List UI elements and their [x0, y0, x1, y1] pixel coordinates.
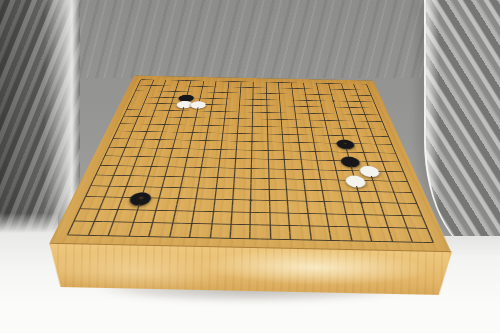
intersection-T6	[397, 176, 419, 187]
intersection-J3	[222, 206, 242, 219]
intersection-F3	[164, 204, 186, 217]
intersection-L3	[260, 206, 279, 219]
intersection-L6	[260, 174, 278, 185]
intersection-L9	[260, 146, 276, 155]
intersection-F8	[177, 153, 195, 162]
intersection-O3	[316, 208, 337, 221]
intersection-N9	[292, 147, 309, 156]
intersection-J2	[221, 218, 242, 232]
intersection-T3	[410, 209, 434, 222]
intersection-K4	[242, 194, 261, 206]
intersection-F2	[161, 217, 183, 231]
intersection-G4	[186, 193, 206, 205]
intersection-H10	[213, 137, 229, 146]
intersection-H6	[208, 173, 227, 184]
intersection-T1	[420, 235, 446, 250]
intersection-J9	[228, 145, 245, 154]
intersection-H4	[204, 194, 224, 206]
intersection-G7	[192, 163, 210, 173]
intersection-K6	[243, 173, 261, 184]
intersection-O6	[311, 175, 330, 186]
intersection-G5	[188, 182, 208, 193]
intersection-K9	[244, 146, 260, 155]
intersection-T8	[389, 157, 409, 167]
intersection-K2	[241, 218, 261, 232]
intersection-L7	[260, 164, 277, 174]
intersection-N10	[291, 139, 308, 148]
go-board: ●●●●●●●●	[0, 0, 500, 333]
intersection-L4	[260, 195, 279, 207]
intersection-G2	[181, 217, 203, 231]
intersection-M5	[278, 184, 297, 195]
intersection-H5	[206, 183, 225, 194]
intersection-O7	[310, 165, 329, 175]
intersection-G10	[197, 137, 214, 146]
intersection-F4	[167, 193, 188, 205]
intersection-M1	[280, 232, 301, 247]
intersection-J6	[225, 173, 243, 184]
intersection-J7	[226, 163, 243, 173]
intersection-H1	[199, 231, 221, 245]
intersection-N3	[298, 207, 319, 220]
intersection-G9	[196, 145, 213, 154]
intersection-K10	[244, 138, 260, 147]
intersection-G8	[194, 153, 212, 162]
intersection-M8	[276, 155, 293, 165]
intersection-L2	[260, 219, 280, 233]
intersection-L10	[260, 138, 276, 147]
intersection-K7	[243, 164, 260, 174]
intersection-G1	[178, 230, 201, 244]
intersection-J1	[219, 231, 240, 246]
intersection-N7	[293, 165, 311, 175]
intersection-N6	[294, 174, 313, 185]
intersection-N4	[297, 196, 317, 208]
intersection-M6	[277, 174, 295, 185]
intersection-J8	[227, 154, 244, 163]
intersection-J5	[224, 183, 243, 194]
intersection-M7	[277, 164, 295, 174]
intersection-L1	[261, 232, 282, 247]
intersection-O9	[307, 147, 324, 156]
intersection-M2	[280, 219, 301, 233]
intersection-L8	[260, 155, 277, 164]
intersection-K8	[244, 154, 261, 163]
intersection-F6	[173, 172, 193, 183]
intersection-O4	[315, 196, 335, 208]
intersection-M10	[275, 138, 291, 147]
intersection-H7	[209, 163, 227, 173]
intersection-N1	[300, 233, 322, 248]
intersection-M9	[276, 146, 293, 155]
intersection-H3	[203, 205, 223, 218]
intersection-N2	[299, 219, 320, 233]
intersection-T7	[393, 167, 414, 177]
intersection-J4	[223, 194, 242, 206]
intersection-T2	[415, 222, 440, 236]
intersection-T5	[401, 187, 423, 198]
intersection-N5	[295, 185, 314, 196]
intersection-O5	[313, 185, 333, 196]
intersection-M3	[279, 207, 299, 220]
intersection-F9	[180, 144, 198, 153]
intersection-T4	[405, 198, 428, 210]
intersection-K1	[240, 231, 261, 246]
board-top-face: ●●●●●●●●	[49, 75, 452, 252]
photo-scene: ●●●●●●●●	[0, 0, 500, 333]
intersection-F10	[182, 136, 199, 145]
intersection-M4	[278, 195, 297, 207]
intersection-G6	[190, 172, 209, 183]
intersection-T9	[386, 149, 406, 158]
intersection-H2	[201, 217, 222, 231]
intersection-O8	[309, 156, 327, 166]
intersection-K5	[242, 183, 260, 194]
goban-grid: ●●●●●●●●	[54, 77, 446, 250]
board-front-face	[48, 243, 452, 295]
intersection-G3	[183, 205, 204, 218]
intersection-H9	[212, 145, 229, 154]
intersection-N8	[292, 155, 310, 165]
intersection-K3	[241, 206, 260, 219]
intersection-L5	[260, 184, 278, 195]
intersection-F5	[170, 182, 190, 193]
intersection-H8	[211, 154, 228, 163]
intersection-J10	[229, 137, 245, 146]
intersection-F7	[175, 162, 194, 172]
